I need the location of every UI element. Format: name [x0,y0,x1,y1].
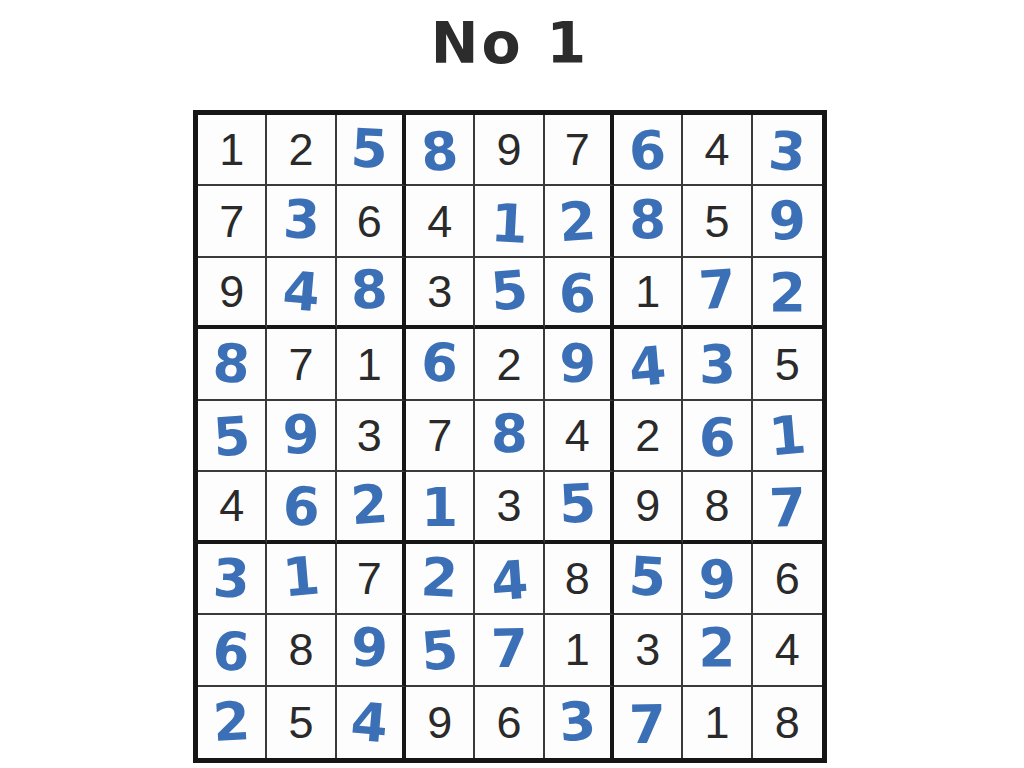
given-digit: 3 [427,269,452,314]
cell-r9c9[interactable]: 8 [753,687,822,758]
cell-r3c8[interactable]: 7 [683,258,752,329]
cell-r2c3[interactable]: 6 [337,186,406,257]
cell-r1c6[interactable]: 7 [545,115,614,186]
handwritten-digit: 8 [211,335,251,390]
handwritten-digit: 6 [628,123,668,178]
cell-r8c1[interactable]: 6 [198,615,267,686]
cell-r9c5[interactable]: 6 [475,687,544,758]
given-digit: 7 [427,413,452,458]
cell-r9c6[interactable]: 3 [545,687,614,758]
given-digit: 1 [219,127,244,172]
cell-r5c9[interactable]: 1 [753,401,822,472]
given-digit: 7 [357,556,382,601]
given-digit: 6 [496,700,521,745]
given-digit: 5 [704,199,729,244]
cell-r5c6[interactable]: 4 [545,401,614,472]
cell-r1c3[interactable]: 5 [337,115,406,186]
cell-r5c7[interactable]: 2 [614,401,683,472]
cell-r1c4[interactable]: 8 [406,115,475,186]
cell-r7c3[interactable]: 7 [337,544,406,615]
handwritten-digit: 2 [699,621,736,674]
cell-r3c2[interactable]: 4 [267,258,336,329]
cell-r1c2[interactable]: 2 [267,115,336,186]
handwritten-digit: 8 [490,407,528,461]
handwritten-digit: 8 [350,262,389,316]
cell-r9c8[interactable]: 1 [683,687,752,758]
handwritten-digit: 2 [420,550,460,605]
cell-r6c8[interactable]: 8 [683,472,752,543]
given-digit: 3 [496,483,521,528]
cell-r4c4[interactable]: 6 [406,329,475,400]
handwritten-digit: 9 [558,336,597,390]
cell-r2c2[interactable]: 3 [267,186,336,257]
cell-r8c2[interactable]: 8 [267,615,336,686]
handwritten-digit: 5 [211,409,251,464]
handwritten-digit: 2 [769,266,806,319]
handwritten-digit: 1 [489,196,529,251]
given-digit: 1 [565,627,590,672]
cell-r9c1[interactable]: 2 [198,687,267,758]
given-digit: 8 [704,483,729,528]
sudoku-board: 1258976437364128599483561728716294355937… [193,110,827,763]
cell-r8c3[interactable]: 9 [337,615,406,686]
cell-r7c7[interactable]: 5 [614,544,683,615]
given-digit: 4 [565,413,590,458]
handwritten-digit: 5 [628,549,668,604]
handwritten-digit: 3 [698,337,736,391]
cell-r4c8[interactable]: 3 [683,329,752,400]
given-digit: 4 [219,483,244,528]
cell-r7c4[interactable]: 2 [406,544,475,615]
cell-r4c9[interactable]: 5 [753,329,822,400]
cell-r8c5[interactable]: 7 [475,615,544,686]
cell-r7c2[interactable]: 1 [267,544,336,615]
cell-r7c1[interactable]: 3 [198,544,267,615]
given-digit: 4 [704,127,729,172]
handwritten-digit: 2 [212,694,252,749]
cell-r1c8[interactable]: 4 [683,115,752,186]
sudoku-worksheet-page: No 1 12589764373641285994835617287162943… [0,0,1024,768]
handwritten-digit: 3 [557,693,598,749]
given-digit: 6 [775,556,800,601]
cell-r5c3[interactable]: 3 [337,401,406,472]
cell-r7c5[interactable]: 4 [475,544,544,615]
cell-r1c5[interactable]: 9 [475,115,544,186]
handwritten-digit: 1 [767,407,808,463]
handwritten-digit: 6 [698,410,737,464]
handwritten-digit: 6 [211,624,252,680]
given-digit: 9 [427,700,452,745]
given-digit: 9 [496,127,521,172]
cell-r4c1[interactable]: 8 [198,329,267,400]
handwritten-digit: 7 [490,622,528,676]
cell-r5c4[interactable]: 7 [406,401,475,472]
cell-r2c4[interactable]: 4 [406,186,475,257]
cell-r6c3[interactable]: 2 [337,472,406,543]
cell-r1c1[interactable]: 1 [198,115,267,186]
cell-r6c6[interactable]: 5 [545,472,614,543]
cell-r4c6[interactable]: 9 [545,329,614,400]
cell-r4c7[interactable]: 4 [614,329,683,400]
cell-r2c6[interactable]: 2 [545,186,614,257]
cell-r4c2[interactable]: 7 [267,329,336,400]
cell-r8c4[interactable]: 5 [406,615,475,686]
given-digit: 1 [635,269,660,314]
given-digit: 7 [219,199,244,244]
cell-r3c4[interactable]: 3 [406,258,475,329]
cell-r4c5[interactable]: 2 [475,329,544,400]
handwritten-digit: 7 [697,262,737,317]
cell-r3c7[interactable]: 1 [614,258,683,329]
given-digit: 8 [565,556,590,601]
cell-r8c6[interactable]: 1 [545,615,614,686]
handwritten-digit: 8 [420,124,460,179]
cell-r2c7[interactable]: 8 [614,186,683,257]
given-digit: 3 [357,413,382,458]
given-digit: 9 [219,269,244,314]
given-digit: 1 [704,700,729,745]
cell-r8c8[interactable]: 2 [683,615,752,686]
given-digit: 9 [635,483,660,528]
cell-r7c8[interactable]: 9 [683,544,752,615]
given-digit: 8 [288,627,313,672]
handwritten-digit: 3 [282,192,321,246]
given-digit: 5 [775,342,800,387]
cell-r9c3[interactable]: 4 [337,687,406,758]
handwritten-digit: 9 [697,552,737,607]
cell-r1c9[interactable]: 3 [753,115,822,186]
handwritten-digit: 3 [212,551,251,605]
cell-r2c5[interactable]: 1 [475,186,544,257]
given-digit: 7 [288,342,313,387]
cell-r6c4[interactable]: 1 [406,472,475,543]
handwritten-digit: 9 [283,408,320,461]
handwritten-digit: 4 [349,694,390,750]
handwritten-digit: 5 [419,623,460,679]
cell-r9c7[interactable]: 7 [614,687,683,758]
given-digit: 2 [635,413,660,458]
given-digit: 2 [496,342,521,387]
cell-r5c2[interactable]: 9 [267,401,336,472]
cell-r5c5[interactable]: 8 [475,401,544,472]
cell-r6c2[interactable]: 6 [267,472,336,543]
handwritten-digit: 9 [350,621,389,675]
cell-r3c9[interactable]: 2 [753,258,822,329]
given-digit: 6 [357,199,382,244]
given-digit: 8 [775,700,800,745]
cell-r9c2[interactable]: 5 [267,687,336,758]
cell-r1c7[interactable]: 6 [614,115,683,186]
handwritten-digit: 4 [627,338,668,394]
cell-r9c4[interactable]: 9 [406,687,475,758]
handwritten-digit: 4 [489,553,529,608]
cell-r3c5[interactable]: 5 [475,258,544,329]
cell-r3c6[interactable]: 6 [545,258,614,329]
handwritten-digit: 4 [280,264,321,320]
given-digit: 1 [357,342,382,387]
handwritten-digit: 5 [557,477,597,532]
cell-r6c7[interactable]: 9 [614,472,683,543]
handwritten-digit: 2 [349,477,389,532]
cell-r6c5[interactable]: 3 [475,472,544,543]
given-digit: 4 [427,199,452,244]
cell-r3c1[interactable]: 9 [198,258,267,329]
cell-r5c8[interactable]: 6 [683,401,752,472]
handwritten-digit: 6 [281,480,321,535]
cell-r6c1[interactable]: 4 [198,472,267,543]
handwritten-digit: 7 [629,697,667,751]
handwritten-digit: 5 [488,263,529,319]
cell-r7c9[interactable]: 6 [753,544,822,615]
cell-r6c9[interactable]: 7 [753,472,822,543]
cell-r7c6[interactable]: 8 [545,544,614,615]
handwritten-digit: 1 [421,481,458,534]
cell-r4c3[interactable]: 1 [337,329,406,400]
cell-r5c1[interactable]: 5 [198,401,267,472]
given-digit: 5 [288,700,313,745]
handwritten-digit: 3 [766,124,807,180]
handwritten-digit: 9 [767,193,807,248]
cell-r2c9[interactable]: 9 [753,186,822,257]
cell-r8c7[interactable]: 3 [614,615,683,686]
cell-r8c9[interactable]: 4 [753,615,822,686]
cell-r3c3[interactable]: 8 [337,258,406,329]
cell-r2c8[interactable]: 5 [683,186,752,257]
handwritten-digit: 1 [280,548,321,604]
given-digit: 3 [635,627,660,672]
handwritten-digit: 8 [629,193,666,246]
given-digit: 7 [565,127,590,172]
given-digit: 2 [288,127,313,172]
handwritten-digit: 2 [557,193,597,248]
handwritten-digit: 7 [768,481,807,535]
puzzle-title: No 1 [0,10,1020,76]
cell-r2c1[interactable]: 7 [198,186,267,257]
handwritten-digit: 6 [558,267,596,321]
given-digit: 4 [775,627,800,672]
handwritten-digit: 5 [350,121,390,176]
handwritten-digit: 6 [419,334,460,390]
